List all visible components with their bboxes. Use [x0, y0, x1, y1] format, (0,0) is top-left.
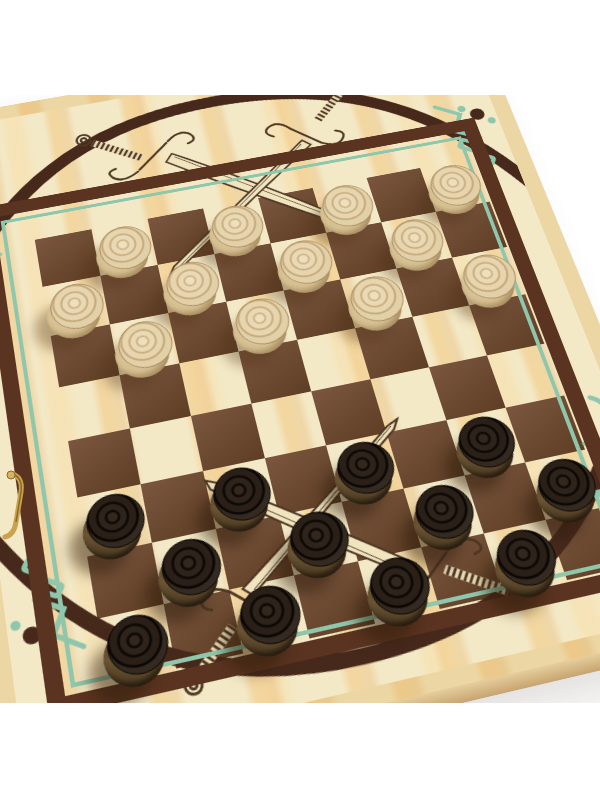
square-c5[interactable]: [179, 352, 251, 416]
checker-light[interactable]: [275, 236, 338, 288]
square-d2[interactable]: [279, 502, 358, 575]
checker-light[interactable]: [345, 272, 410, 326]
checker-light[interactable]: [162, 258, 224, 311]
checker-light[interactable]: [317, 181, 379, 230]
checker-light[interactable]: [208, 201, 269, 251]
checker-dark[interactable]: [157, 533, 227, 601]
square-h3[interactable]: [506, 395, 585, 462]
square-a3[interactable]: [77, 484, 151, 556]
checker-light[interactable]: [114, 317, 177, 373]
checker-dark[interactable]: [530, 454, 600, 517]
square-g4[interactable]: [429, 355, 506, 420]
square-c4[interactable]: [191, 404, 265, 472]
square-d3[interactable]: [265, 445, 342, 515]
square-d5[interactable]: [239, 340, 312, 404]
checker-dark[interactable]: [331, 437, 401, 499]
checker-light[interactable]: [47, 279, 108, 333]
square-c1[interactable]: [229, 575, 309, 653]
square-e4[interactable]: [311, 379, 386, 445]
square-b4[interactable]: [130, 416, 203, 484]
square-f1[interactable]: [421, 534, 504, 609]
square-b5[interactable]: [120, 363, 191, 428]
square-h4[interactable]: [487, 344, 564, 408]
checker-dark[interactable]: [489, 524, 564, 591]
square-b2[interactable]: [152, 529, 229, 604]
scene-3d: [0, 95, 600, 703]
square-f3[interactable]: [387, 420, 465, 489]
checker-dark[interactable]: [234, 580, 306, 650]
photo-area: [0, 95, 600, 703]
checker-light[interactable]: [231, 294, 295, 349]
square-d4[interactable]: [251, 391, 326, 458]
checker-light[interactable]: [96, 222, 156, 273]
square-g3[interactable]: [446, 408, 525, 476]
square-h2[interactable]: [525, 450, 600, 520]
square-g1[interactable]: [484, 520, 567, 595]
game-box-lid: [0, 95, 600, 703]
square-b1[interactable]: [164, 590, 244, 669]
square-c3[interactable]: [203, 458, 279, 529]
checker-dark[interactable]: [82, 488, 149, 553]
square-h1[interactable]: [546, 506, 600, 580]
square-c2[interactable]: [216, 515, 294, 589]
printed-lid: [0, 95, 600, 703]
square-f2[interactable]: [403, 475, 483, 547]
checker-dark[interactable]: [103, 609, 174, 681]
square-g2[interactable]: [465, 462, 546, 533]
square-a1[interactable]: [97, 604, 176, 684]
square-a5[interactable]: [59, 375, 130, 441]
checker-light[interactable]: [386, 215, 450, 266]
brass-clasp: [0, 468, 26, 542]
square-a2[interactable]: [87, 543, 164, 619]
checker-dark[interactable]: [363, 552, 437, 621]
square-f4[interactable]: [370, 367, 446, 432]
square-b3[interactable]: [141, 471, 216, 543]
checker-dark[interactable]: [208, 462, 276, 526]
checker-light[interactable]: [425, 161, 488, 209]
checker-dark[interactable]: [409, 480, 481, 545]
square-d1[interactable]: [294, 561, 375, 638]
checker-dark[interactable]: [284, 506, 355, 572]
lid-decoration: [0, 95, 600, 703]
square-e1[interactable]: [358, 547, 440, 623]
pieces-layer: [35, 158, 600, 684]
square-e3[interactable]: [326, 433, 403, 502]
square-e2[interactable]: [342, 489, 422, 562]
square-a4[interactable]: [68, 428, 141, 497]
checker-light[interactable]: [457, 250, 523, 303]
checker-dark[interactable]: [452, 412, 523, 473]
